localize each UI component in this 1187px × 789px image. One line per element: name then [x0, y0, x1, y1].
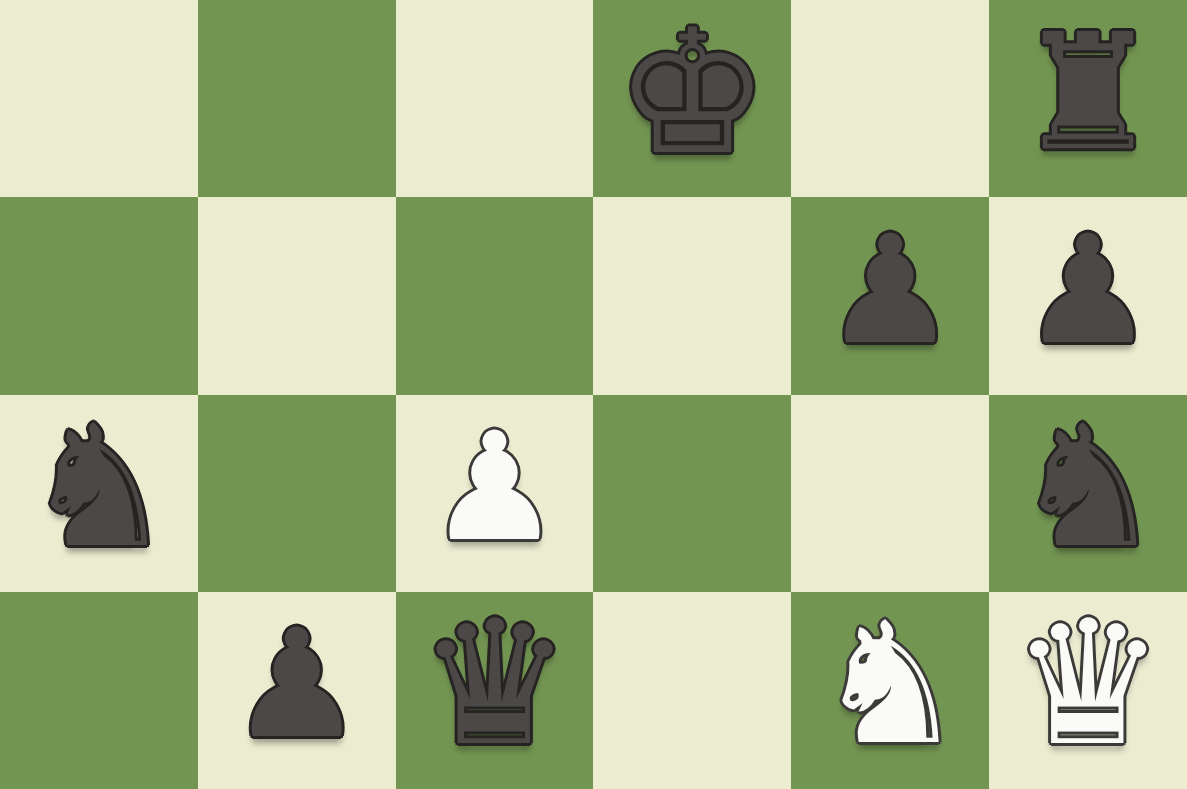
piece-white-knight[interactable]: ♞	[815, 600, 966, 768]
square-c8[interactable]	[0, 0, 198, 197]
square-e7[interactable]	[396, 197, 594, 394]
square-h5[interactable]: ♛	[989, 592, 1187, 789]
piece-black-knight[interactable]: ♞	[24, 403, 175, 571]
square-g6[interactable]	[791, 395, 989, 592]
square-c7[interactable]	[0, 197, 198, 394]
piece-black-pawn[interactable]: ♟	[823, 215, 957, 365]
square-d7[interactable]	[198, 197, 396, 394]
square-e5[interactable]: ♛	[396, 592, 594, 789]
square-g7[interactable]: ♟	[791, 197, 989, 394]
piece-black-queen[interactable]: ♛	[417, 598, 571, 770]
square-f6[interactable]	[593, 395, 791, 592]
piece-black-pawn[interactable]: ♟	[230, 609, 364, 759]
piece-white-pawn[interactable]: ♟	[427, 412, 561, 562]
piece-black-rook[interactable]: ♜	[1016, 13, 1159, 173]
square-c5[interactable]	[0, 592, 198, 789]
piece-white-queen[interactable]: ♛	[1011, 598, 1165, 770]
board-viewport: ♚♜♟♟♞♟♞♟♛♞♛	[0, 0, 1187, 789]
square-h6[interactable]: ♞	[989, 395, 1187, 592]
square-d5[interactable]: ♟	[198, 592, 396, 789]
square-d8[interactable]	[198, 0, 396, 197]
square-e6[interactable]: ♟	[396, 395, 594, 592]
square-d6[interactable]	[198, 395, 396, 592]
square-h7[interactable]: ♟	[989, 197, 1187, 394]
square-g5[interactable]: ♞	[791, 592, 989, 789]
chess-board: ♚♜♟♟♞♟♞♟♛♞♛	[0, 0, 1187, 789]
square-f5[interactable]	[593, 592, 791, 789]
piece-black-knight[interactable]: ♞	[1013, 403, 1164, 571]
piece-black-king[interactable]: ♚	[615, 7, 769, 179]
square-f8[interactable]: ♚	[593, 0, 791, 197]
square-e8[interactable]	[396, 0, 594, 197]
piece-black-pawn[interactable]: ♟	[1021, 215, 1155, 365]
square-h8[interactable]: ♜	[989, 0, 1187, 197]
square-f7[interactable]	[593, 197, 791, 394]
square-g8[interactable]	[791, 0, 989, 197]
square-c6[interactable]: ♞	[0, 395, 198, 592]
